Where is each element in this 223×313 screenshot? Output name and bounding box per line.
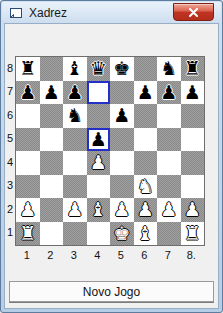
- square-c3[interactable]: [63, 175, 87, 199]
- square-h8[interactable]: ♜: [181, 57, 205, 81]
- rank-label-7: 7: [5, 80, 15, 104]
- square-h4[interactable]: [181, 151, 205, 175]
- square-b2[interactable]: [40, 198, 64, 222]
- rank-label-1: 1: [5, 221, 15, 245]
- square-d4[interactable]: ♟: [87, 151, 111, 175]
- square-d6[interactable]: [87, 104, 111, 128]
- rank-label-3: 3: [5, 174, 15, 198]
- square-f2[interactable]: ♟: [134, 198, 158, 222]
- rank-label-6: 6: [5, 103, 15, 127]
- piece-white-pawn: ♟: [19, 198, 36, 222]
- square-a1[interactable]: ♜: [16, 222, 40, 246]
- square-b3[interactable]: [40, 175, 64, 199]
- piece-black-pawn: ♟: [113, 104, 130, 128]
- square-a7[interactable]: ♟: [16, 81, 40, 105]
- square-a5[interactable]: [16, 128, 40, 152]
- square-h5[interactable]: [181, 128, 205, 152]
- client-area: 87654321 ♜♝♛♚♞♜♟♟♟♟♟♟♞♟♟♟♞♟♟♝♟♟♟♟♜♚♝♜ 12…: [4, 23, 219, 309]
- square-c8[interactable]: ♝: [63, 57, 87, 81]
- square-f5[interactable]: [134, 128, 158, 152]
- piece-black-pawn: ♟: [137, 81, 154, 105]
- rank-label-2: 2: [5, 197, 15, 221]
- square-b1[interactable]: [40, 222, 64, 246]
- piece-white-pawn: ♟: [160, 198, 177, 222]
- square-h6[interactable]: [181, 104, 205, 128]
- square-d3[interactable]: [87, 175, 111, 199]
- piece-black-rook: ♜: [19, 57, 36, 81]
- square-e1[interactable]: ♚: [110, 222, 134, 246]
- file-label-2: 2: [39, 249, 63, 263]
- square-a6[interactable]: [16, 104, 40, 128]
- file-label-3: 3: [62, 249, 86, 263]
- piece-black-king: ♚: [113, 57, 130, 81]
- file-labels: 12345678.: [15, 249, 203, 263]
- piece-white-bishop: ♝: [137, 222, 154, 246]
- square-f8[interactable]: [134, 57, 158, 81]
- rank-label-5: 5: [5, 127, 15, 151]
- piece-white-rook: ♜: [184, 222, 201, 246]
- piece-white-rook: ♜: [19, 222, 36, 246]
- square-e7[interactable]: [110, 81, 134, 105]
- title-bar[interactable]: Xadrez: [2, 2, 221, 23]
- file-label-6: 6: [133, 249, 157, 263]
- file-label-4: 4: [86, 249, 110, 263]
- piece-black-rook: ♜: [184, 57, 201, 81]
- square-g6[interactable]: [157, 104, 181, 128]
- square-b7[interactable]: ♟: [40, 81, 64, 105]
- square-f7[interactable]: ♟: [134, 81, 158, 105]
- piece-white-bishop: ♝: [90, 198, 107, 222]
- square-e4[interactable]: [110, 151, 134, 175]
- piece-white-pawn: ♟: [113, 198, 130, 222]
- piece-white-king: ♚: [113, 222, 130, 246]
- square-d5[interactable]: ♟: [87, 128, 111, 152]
- piece-black-pawn: ♟: [184, 81, 201, 105]
- square-c6[interactable]: ♞: [63, 104, 87, 128]
- piece-white-pawn: ♟: [184, 198, 201, 222]
- square-f3[interactable]: ♞: [134, 175, 158, 199]
- square-d8[interactable]: ♛: [87, 57, 111, 81]
- square-h1[interactable]: ♜: [181, 222, 205, 246]
- file-label-8: 8.: [180, 249, 204, 263]
- square-f6[interactable]: [134, 104, 158, 128]
- square-a8[interactable]: ♜: [16, 57, 40, 81]
- piece-black-knight: ♞: [160, 57, 177, 81]
- app-icon: [9, 6, 23, 20]
- square-c4[interactable]: [63, 151, 87, 175]
- piece-black-knight: ♞: [66, 104, 83, 128]
- square-b4[interactable]: [40, 151, 64, 175]
- square-g7[interactable]: ♟: [157, 81, 181, 105]
- square-h7[interactable]: ♟: [181, 81, 205, 105]
- piece-white-pawn: ♟: [66, 198, 83, 222]
- close-x-icon: [189, 8, 198, 17]
- square-e8[interactable]: ♚: [110, 57, 134, 81]
- piece-black-pawn: ♟: [160, 81, 177, 105]
- file-label-1: 1: [15, 249, 39, 263]
- square-b6[interactable]: [40, 104, 64, 128]
- square-g2[interactable]: ♟: [157, 198, 181, 222]
- square-e3[interactable]: [110, 175, 134, 199]
- square-c2[interactable]: ♟: [63, 198, 87, 222]
- close-button[interactable]: [173, 3, 214, 21]
- square-g3[interactable]: [157, 175, 181, 199]
- square-e5[interactable]: [110, 128, 134, 152]
- square-d1[interactable]: [87, 222, 111, 246]
- square-g8[interactable]: ♞: [157, 57, 181, 81]
- square-c5[interactable]: [63, 128, 87, 152]
- piece-white-knight: ♞: [137, 175, 154, 199]
- file-label-5: 5: [109, 249, 133, 263]
- square-c7[interactable]: ♟: [63, 81, 87, 105]
- rank-labels: 87654321: [5, 56, 15, 244]
- square-e2[interactable]: ♟: [110, 198, 134, 222]
- chess-board: ♜♝♛♚♞♜♟♟♟♟♟♟♞♟♟♟♞♟♟♝♟♟♟♟♜♚♝♜: [15, 56, 205, 246]
- square-b5[interactable]: [40, 128, 64, 152]
- window-title: Xadrez: [29, 6, 67, 20]
- square-g1[interactable]: [157, 222, 181, 246]
- square-d2[interactable]: ♝: [87, 198, 111, 222]
- square-c1[interactable]: [63, 222, 87, 246]
- square-g4[interactable]: [157, 151, 181, 175]
- square-e6[interactable]: ♟: [110, 104, 134, 128]
- square-a2[interactable]: ♟: [16, 198, 40, 222]
- file-label-7: 7: [156, 249, 180, 263]
- piece-black-queen: ♛: [90, 57, 107, 81]
- piece-black-pawn: ♟: [90, 128, 107, 152]
- square-f1[interactable]: ♝: [134, 222, 158, 246]
- square-h3[interactable]: [181, 175, 205, 199]
- square-f4[interactable]: [134, 151, 158, 175]
- piece-white-pawn: ♟: [90, 151, 107, 175]
- rank-label-4: 4: [5, 150, 15, 174]
- piece-black-pawn: ♟: [19, 81, 36, 105]
- new-game-button[interactable]: Novo Jogo: [9, 281, 214, 302]
- square-g5[interactable]: [157, 128, 181, 152]
- square-h2[interactable]: ♟: [181, 198, 205, 222]
- square-a3[interactable]: [16, 175, 40, 199]
- piece-black-bishop: ♝: [66, 57, 83, 81]
- rank-label-8: 8: [5, 56, 15, 80]
- piece-white-pawn: ♟: [137, 198, 154, 222]
- piece-black-pawn: ♟: [66, 81, 83, 105]
- square-b8[interactable]: [40, 57, 64, 81]
- piece-black-pawn: ♟: [43, 81, 60, 105]
- square-a4[interactable]: [16, 151, 40, 175]
- square-d7[interactable]: [87, 81, 111, 105]
- app-window: Xadrez 87654321 ♜♝♛♚♞♜♟♟♟♟♟♟♞♟♟♟♞♟♟♝♟♟♟♟…: [0, 0, 223, 313]
